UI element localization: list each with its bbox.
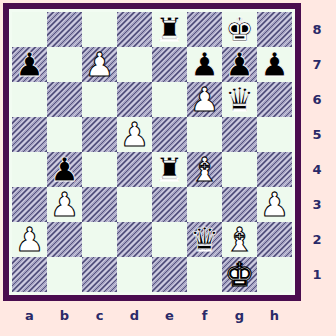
square-g5 bbox=[222, 117, 257, 152]
square-g1: ♚ bbox=[222, 257, 257, 292]
square-f7: ♟ bbox=[187, 47, 222, 82]
square-a1 bbox=[12, 257, 47, 292]
file-label-e: e bbox=[152, 302, 187, 330]
square-a6 bbox=[12, 82, 47, 117]
white-pawn: ♟ bbox=[260, 187, 290, 222]
square-f8 bbox=[187, 12, 222, 47]
file-label-d: d bbox=[117, 302, 152, 330]
black-queen: ♛ bbox=[225, 82, 255, 117]
square-a7: ♟ bbox=[12, 47, 47, 82]
square-a3 bbox=[12, 187, 47, 222]
rank-label-1: 1 bbox=[303, 257, 331, 292]
square-b1 bbox=[47, 257, 82, 292]
square-d2 bbox=[117, 222, 152, 257]
file-labels: abcdefgh bbox=[12, 302, 292, 330]
square-e6 bbox=[152, 82, 187, 117]
square-h2 bbox=[257, 222, 292, 257]
square-b5 bbox=[47, 117, 82, 152]
square-b8 bbox=[47, 12, 82, 47]
rank-label-3: 3 bbox=[303, 187, 331, 222]
rank-label-8: 8 bbox=[303, 12, 331, 47]
black-rook: ♜ bbox=[155, 12, 185, 47]
square-f6: ♟ bbox=[187, 82, 222, 117]
square-e4: ♜ bbox=[152, 152, 187, 187]
square-c6 bbox=[82, 82, 117, 117]
square-d3 bbox=[117, 187, 152, 222]
chess-board-frame: ♜♚♟♟♟♟♟♟♛♟♟♜♝♟♟♟♛♝♚ bbox=[3, 3, 301, 301]
square-a2: ♟ bbox=[12, 222, 47, 257]
rank-label-7: 7 bbox=[303, 47, 331, 82]
square-g3 bbox=[222, 187, 257, 222]
square-g2: ♝ bbox=[222, 222, 257, 257]
square-h8 bbox=[257, 12, 292, 47]
black-king: ♚ bbox=[225, 12, 255, 47]
file-label-h: h bbox=[257, 302, 292, 330]
black-rook: ♜ bbox=[155, 152, 185, 187]
black-pawn: ♟ bbox=[260, 47, 290, 82]
white-pawn: ♟ bbox=[50, 187, 80, 222]
file-label-c: c bbox=[82, 302, 117, 330]
square-c7: ♟ bbox=[82, 47, 117, 82]
square-c5 bbox=[82, 117, 117, 152]
white-bishop: ♝ bbox=[190, 152, 220, 187]
square-h3: ♟ bbox=[257, 187, 292, 222]
black-pawn: ♟ bbox=[50, 152, 80, 187]
black-pawn: ♟ bbox=[225, 47, 255, 82]
square-h7: ♟ bbox=[257, 47, 292, 82]
square-e2 bbox=[152, 222, 187, 257]
square-d8 bbox=[117, 12, 152, 47]
white-pawn: ♟ bbox=[15, 222, 45, 257]
square-c2 bbox=[82, 222, 117, 257]
file-label-g: g bbox=[222, 302, 257, 330]
file-label-a: a bbox=[12, 302, 47, 330]
white-pawn: ♟ bbox=[85, 47, 115, 82]
square-d7 bbox=[117, 47, 152, 82]
square-f3 bbox=[187, 187, 222, 222]
square-c8 bbox=[82, 12, 117, 47]
square-e3 bbox=[152, 187, 187, 222]
square-a8 bbox=[12, 12, 47, 47]
rank-labels: 87654321 bbox=[303, 12, 331, 292]
square-f5 bbox=[187, 117, 222, 152]
white-pawn: ♟ bbox=[120, 117, 150, 152]
white-pawn: ♟ bbox=[190, 82, 220, 117]
square-e1 bbox=[152, 257, 187, 292]
square-g7: ♟ bbox=[222, 47, 257, 82]
square-g6: ♛ bbox=[222, 82, 257, 117]
square-b6 bbox=[47, 82, 82, 117]
square-d1 bbox=[117, 257, 152, 292]
file-label-b: b bbox=[47, 302, 82, 330]
square-d4 bbox=[117, 152, 152, 187]
rank-label-2: 2 bbox=[303, 222, 331, 257]
square-b2 bbox=[47, 222, 82, 257]
square-e5 bbox=[152, 117, 187, 152]
chess-board: ♜♚♟♟♟♟♟♟♛♟♟♜♝♟♟♟♛♝♚ bbox=[12, 12, 292, 292]
square-c3 bbox=[82, 187, 117, 222]
black-queen: ♛ bbox=[190, 222, 220, 257]
square-g4 bbox=[222, 152, 257, 187]
black-pawn: ♟ bbox=[15, 47, 45, 82]
square-h6 bbox=[257, 82, 292, 117]
rank-label-4: 4 bbox=[303, 152, 331, 187]
square-f2: ♛ bbox=[187, 222, 222, 257]
square-a5 bbox=[12, 117, 47, 152]
black-pawn: ♟ bbox=[190, 47, 220, 82]
rank-label-6: 6 bbox=[303, 82, 331, 117]
file-label-f: f bbox=[187, 302, 222, 330]
square-b7 bbox=[47, 47, 82, 82]
square-b3: ♟ bbox=[47, 187, 82, 222]
square-h4 bbox=[257, 152, 292, 187]
square-d5: ♟ bbox=[117, 117, 152, 152]
square-c4 bbox=[82, 152, 117, 187]
square-c1 bbox=[82, 257, 117, 292]
square-h5 bbox=[257, 117, 292, 152]
square-d6 bbox=[117, 82, 152, 117]
white-bishop: ♝ bbox=[225, 222, 255, 257]
white-king: ♚ bbox=[225, 257, 255, 292]
square-h1 bbox=[257, 257, 292, 292]
square-f4: ♝ bbox=[187, 152, 222, 187]
square-f1 bbox=[187, 257, 222, 292]
square-e8: ♜ bbox=[152, 12, 187, 47]
square-a4 bbox=[12, 152, 47, 187]
square-e7 bbox=[152, 47, 187, 82]
rank-label-5: 5 bbox=[303, 117, 331, 152]
square-b4: ♟ bbox=[47, 152, 82, 187]
square-g8: ♚ bbox=[222, 12, 257, 47]
